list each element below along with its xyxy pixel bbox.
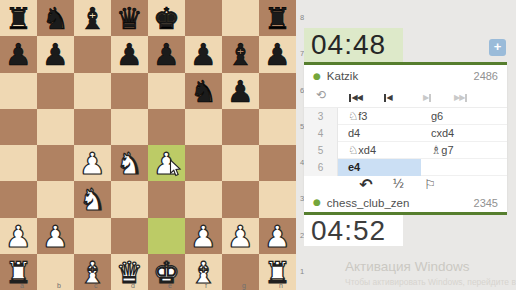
file-label-c: c xyxy=(94,282,98,289)
square-b5[interactable] xyxy=(37,109,74,145)
move-row-4: 4d4cxd4 xyxy=(304,125,507,142)
figurine-icon: ♗ xyxy=(431,143,441,157)
black-pawn: ♟ xyxy=(111,36,148,72)
square-a8[interactable]: ♜ xyxy=(0,0,37,36)
online-status-icon: ● xyxy=(313,198,321,207)
move-number: 5 xyxy=(304,142,338,159)
black-king: ♚ xyxy=(148,0,185,36)
black-rook: ♜ xyxy=(0,0,37,36)
bottom-player-row: ● chess_club_zen 2345 xyxy=(304,193,507,212)
square-c1[interactable]: ♝c xyxy=(74,254,111,290)
white-bishop: ♝ xyxy=(74,254,111,290)
black-knight: ♞ xyxy=(37,0,74,36)
white-knight: ♞ xyxy=(111,145,148,181)
rank-label-1: 1 xyxy=(298,267,306,277)
white-queen: ♛ xyxy=(111,254,148,290)
black-rook: ♜ xyxy=(259,0,296,36)
square-b3[interactable] xyxy=(37,181,74,217)
move-6-white[interactable]: e4 xyxy=(338,159,421,176)
square-c6[interactable] xyxy=(74,73,111,109)
move-3-black[interactable]: g6 xyxy=(421,108,507,125)
black-pawn: ♟ xyxy=(185,36,222,72)
square-e8[interactable]: ♚ xyxy=(148,0,185,36)
resign-flag-icon[interactable]: ⚐ xyxy=(424,177,436,192)
black-bishop: ♝ xyxy=(222,36,259,72)
black-queen: ♛ xyxy=(111,0,148,36)
square-f1[interactable]: ♝f xyxy=(185,254,222,290)
black-bishop: ♝ xyxy=(74,0,111,36)
black-pawn: ♟ xyxy=(222,73,259,109)
white-knight: ♞ xyxy=(74,181,111,217)
square-h3[interactable] xyxy=(259,181,296,217)
file-label-d: d xyxy=(131,282,135,289)
square-g2[interactable]: ♟ xyxy=(222,218,259,254)
move-row-5: 5♘xd4♗g7 xyxy=(304,142,507,159)
top-player-name: Katzik xyxy=(327,70,474,82)
square-c7[interactable] xyxy=(74,36,111,72)
file-label-a: a xyxy=(20,282,24,289)
rank-label-8: 8 xyxy=(298,13,306,23)
square-g4[interactable] xyxy=(222,145,259,181)
square-a1[interactable]: ♜a xyxy=(0,254,37,290)
square-a4[interactable] xyxy=(0,145,37,181)
white-rook: ♜ xyxy=(259,254,296,290)
top-player-row: ● Katzik 2486 xyxy=(304,65,507,87)
square-h1[interactable]: ♜h xyxy=(259,254,296,290)
square-b7[interactable]: ♟ xyxy=(37,36,74,72)
square-c4[interactable]: ♟ xyxy=(74,145,111,181)
square-a7[interactable]: ♟ xyxy=(0,36,37,72)
square-h7[interactable]: ♟ xyxy=(259,36,296,72)
square-g5[interactable] xyxy=(222,109,259,145)
square-f6[interactable]: ♞ xyxy=(185,73,222,109)
game-screen: ♜♞♝♛♚♜♟♟♟♟♟♝♟♞♟♟♞♟♞♟♟♟♟♟♜ab♝c♛d♚e♝fg♜h 8… xyxy=(0,0,516,290)
white-pawn: ♟ xyxy=(259,218,296,254)
square-b2[interactable]: ♟ xyxy=(37,218,74,254)
next-move-icon[interactable]: ▶ xyxy=(423,91,432,104)
square-b6[interactable] xyxy=(37,73,74,109)
move-number: 3 xyxy=(304,108,338,125)
top-player-rating: 2486 xyxy=(474,70,498,82)
file-label-h: h xyxy=(279,282,283,289)
white-pawn: ♟ xyxy=(222,218,259,254)
square-b1[interactable]: b xyxy=(37,254,74,290)
move-number: 4 xyxy=(304,125,338,142)
takeback-icon[interactable]: ↶ xyxy=(359,177,372,192)
move-3-white[interactable]: ♘f3 xyxy=(338,108,421,125)
square-a5[interactable] xyxy=(0,109,37,145)
square-f3[interactable] xyxy=(185,181,222,217)
square-c5[interactable] xyxy=(74,109,111,145)
move-row-6: 6e4 xyxy=(304,159,507,176)
square-a6[interactable] xyxy=(0,73,37,109)
square-f8[interactable] xyxy=(185,0,222,36)
top-player-clock: 04:48 xyxy=(304,28,403,62)
add-time-button[interactable]: + xyxy=(489,39,506,56)
chess-board: ♜♞♝♛♚♜♟♟♟♟♟♝♟♞♟♟♞♟♞♟♟♟♟♟♜ab♝c♛d♚e♝fg♜h xyxy=(0,0,296,290)
offer-draw-button[interactable]: ½ xyxy=(393,177,405,192)
windows-activation-hint: Чтобы активировать Windows, перейдите в xyxy=(345,277,516,287)
game-actions: ↶ ½ ⚐ xyxy=(296,176,499,193)
square-b8[interactable]: ♞ xyxy=(37,0,74,36)
square-c2[interactable] xyxy=(74,218,111,254)
last-move-icon[interactable]: ▶▶ xyxy=(454,91,468,104)
online-status-icon: ● xyxy=(313,72,321,81)
white-bishop: ♝ xyxy=(185,254,222,290)
move-5-white[interactable]: ♘xd4 xyxy=(338,142,421,159)
square-d6[interactable] xyxy=(111,73,148,109)
file-label-f: f xyxy=(205,282,207,289)
square-g7[interactable]: ♝ xyxy=(222,36,259,72)
move-navigation: ⟲◀◀◀▶▶▶ xyxy=(304,87,507,108)
black-pawn: ♟ xyxy=(148,36,185,72)
move-4-black[interactable]: cxd4 xyxy=(421,125,507,142)
square-f5[interactable] xyxy=(185,109,222,145)
windows-activation-watermark: Активация Windows xyxy=(345,259,469,274)
white-king: ♚ xyxy=(148,254,185,290)
file-label-e: e xyxy=(168,282,172,289)
square-f7[interactable]: ♟ xyxy=(185,36,222,72)
square-f4[interactable] xyxy=(185,145,222,181)
square-d2[interactable] xyxy=(111,218,148,254)
black-pawn: ♟ xyxy=(259,36,296,72)
square-d1[interactable]: ♛d xyxy=(111,254,148,290)
mouse-cursor-icon xyxy=(169,159,182,177)
square-g1[interactable]: g xyxy=(222,254,259,290)
square-d4[interactable]: ♞ xyxy=(111,145,148,181)
square-b4[interactable] xyxy=(37,145,74,181)
square-d3[interactable] xyxy=(111,181,148,217)
white-pawn: ♟ xyxy=(185,218,222,254)
square-g6[interactable]: ♟ xyxy=(222,73,259,109)
white-rook: ♜ xyxy=(0,254,37,290)
square-e3[interactable] xyxy=(148,181,185,217)
square-c8[interactable]: ♝ xyxy=(74,0,111,36)
move-row-3: 3♘f3g6 xyxy=(304,108,507,125)
move-6-black xyxy=(421,159,507,176)
white-pawn: ♟ xyxy=(0,218,37,254)
square-h2[interactable]: ♟ xyxy=(259,218,296,254)
square-e6[interactable] xyxy=(148,73,185,109)
first-move-icon[interactable]: ◀◀ xyxy=(348,91,362,104)
move-number: 6 xyxy=(304,159,338,176)
square-g8[interactable] xyxy=(222,0,259,36)
figurine-icon: ♘ xyxy=(348,109,358,123)
move-5-black[interactable]: ♗g7 xyxy=(421,142,507,159)
square-e2[interactable] xyxy=(148,218,185,254)
square-h6[interactable] xyxy=(259,73,296,109)
square-a3[interactable] xyxy=(0,181,37,217)
bottom-player-name: chess_club_zen xyxy=(327,197,474,209)
square-d5[interactable] xyxy=(111,109,148,145)
square-g3[interactable] xyxy=(222,181,259,217)
flip-board-icon[interactable]: ⟲ xyxy=(316,89,326,102)
square-d8[interactable]: ♛ xyxy=(111,0,148,36)
square-h4[interactable] xyxy=(259,145,296,181)
prev-move-icon[interactable]: ◀ xyxy=(383,91,392,104)
move-4-white[interactable]: d4 xyxy=(338,125,421,142)
square-a2[interactable]: ♟ xyxy=(0,218,37,254)
game-panel: ● Katzik 2486 ⟲◀◀◀▶▶▶ 3♘f3g64d4cxd45♘xd4… xyxy=(304,65,507,212)
white-pawn: ♟ xyxy=(37,218,74,254)
square-h5[interactable] xyxy=(259,109,296,145)
black-pawn: ♟ xyxy=(0,36,37,72)
square-c3[interactable]: ♞ xyxy=(74,181,111,217)
black-pawn: ♟ xyxy=(37,36,74,72)
square-e1[interactable]: ♚e xyxy=(148,254,185,290)
bottom-player-clock: 04:52 xyxy=(304,215,403,246)
bottom-player-rating: 2345 xyxy=(474,197,498,209)
square-e5[interactable] xyxy=(148,109,185,145)
move-list: 3♘f3g64d4cxd45♘xd4♗g76e4 xyxy=(304,108,507,176)
file-label-g: g xyxy=(242,282,246,289)
square-f2[interactable]: ♟ xyxy=(185,218,222,254)
square-e7[interactable]: ♟ xyxy=(148,36,185,72)
figurine-icon: ♘ xyxy=(348,143,358,157)
white-pawn: ♟ xyxy=(74,145,111,181)
file-label-b: b xyxy=(57,282,61,289)
square-d7[interactable]: ♟ xyxy=(111,36,148,72)
black-knight: ♞ xyxy=(185,73,222,109)
square-h8[interactable]: ♜ xyxy=(259,0,296,36)
